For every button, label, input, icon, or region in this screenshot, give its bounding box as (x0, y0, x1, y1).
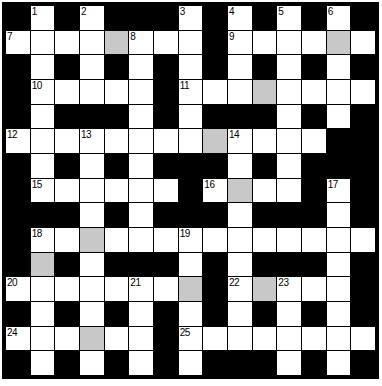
clue-number-18: 18 (32, 228, 42, 239)
cell-r8c8 (203, 203, 227, 227)
cell-r0c0 (6, 6, 30, 30)
cell-r6c6 (154, 154, 178, 178)
cell-r11c5[interactable]: 21 (129, 277, 153, 301)
cell-r5c3[interactable]: 13 (80, 129, 104, 153)
cell-r10c7[interactable] (179, 253, 203, 277)
cell-r0c1[interactable]: 1 (31, 6, 55, 30)
clue-number-19: 19 (180, 228, 190, 239)
cell-r13c10[interactable] (253, 327, 277, 351)
clue-number-24: 24 (7, 327, 17, 338)
cell-r12c11[interactable] (277, 302, 301, 326)
cell-r14c1[interactable] (31, 351, 55, 375)
cell-r5c11[interactable] (277, 129, 301, 153)
clue-number-22: 22 (229, 277, 239, 288)
cell-r2c11[interactable] (277, 55, 301, 79)
cell-r7c11[interactable] (277, 179, 301, 203)
cell-r8c3[interactable] (80, 203, 104, 227)
clue-number-5: 5 (278, 6, 283, 17)
cell-r1c13[interactable] (327, 31, 351, 55)
cell-r14c7[interactable] (179, 351, 203, 375)
cell-r8c7 (179, 203, 203, 227)
cell-r12c0 (6, 302, 30, 326)
cell-r0c12 (302, 6, 326, 30)
cell-r9c1[interactable]: 18 (31, 228, 55, 252)
cell-r1c7[interactable] (179, 31, 203, 55)
cell-r12c7[interactable] (179, 302, 203, 326)
clue-number-2: 2 (81, 6, 86, 17)
cell-r14c13[interactable] (327, 351, 351, 375)
cell-r13c6 (154, 327, 178, 351)
cell-r2c1[interactable] (31, 55, 55, 79)
cell-r1c5[interactable]: 8 (129, 31, 153, 55)
cell-r4c0 (6, 105, 30, 129)
cell-r7c9[interactable] (228, 179, 252, 203)
cell-r4c6 (154, 105, 178, 129)
cell-r9c13[interactable] (327, 228, 351, 252)
cell-r12c4 (105, 302, 129, 326)
cell-r1c12[interactable] (302, 31, 326, 55)
cell-r9c8[interactable] (203, 228, 227, 252)
clue-number-9: 9 (229, 31, 234, 42)
cell-r14c3[interactable] (80, 351, 104, 375)
cell-r8c2 (55, 203, 79, 227)
clue-number-17: 17 (328, 179, 338, 190)
cell-r7c0 (6, 179, 30, 203)
cell-r5c5[interactable] (129, 129, 153, 153)
cell-r10c1[interactable] (31, 253, 55, 277)
cell-r6c7 (179, 154, 203, 178)
cell-r4c5[interactable] (129, 105, 153, 129)
cell-r4c4 (105, 105, 129, 129)
cell-r11c8 (203, 277, 227, 301)
cell-r6c2 (55, 154, 79, 178)
cell-r10c13[interactable] (327, 253, 351, 277)
cell-r6c0 (6, 154, 30, 178)
cell-r14c0 (6, 351, 30, 375)
cell-r9c5[interactable] (129, 228, 153, 252)
cell-r6c12 (302, 154, 326, 178)
cell-r5c1[interactable] (31, 129, 55, 153)
cell-r1c1[interactable] (31, 31, 55, 55)
cell-r8c11 (277, 203, 301, 227)
cell-r7c2[interactable] (55, 179, 79, 203)
cell-r11c14 (351, 277, 375, 301)
clue-number-23: 23 (278, 277, 288, 288)
cell-r14c4 (105, 351, 129, 375)
cell-r6c1[interactable] (31, 154, 55, 178)
cell-r12c10 (253, 302, 277, 326)
clue-number-7: 7 (7, 31, 12, 42)
cell-r4c8 (203, 105, 227, 129)
cell-r7c8[interactable]: 16 (203, 179, 227, 203)
cell-r11c2[interactable] (55, 277, 79, 301)
cell-r14c11[interactable] (277, 351, 301, 375)
cell-r13c1[interactable] (31, 327, 55, 351)
cell-r8c5[interactable] (129, 203, 153, 227)
cell-r5c6[interactable] (154, 129, 178, 153)
cell-r3c0 (6, 80, 30, 104)
cell-r14c12 (302, 351, 326, 375)
cell-r9c10[interactable] (253, 228, 277, 252)
cell-r13c13[interactable] (327, 327, 351, 351)
cell-r5c10[interactable] (253, 129, 277, 153)
cell-r0c6 (154, 6, 178, 30)
cell-r14c8 (203, 351, 227, 375)
cell-r13c7[interactable]: 25 (179, 327, 203, 351)
cell-r11c0[interactable]: 20 (6, 277, 30, 301)
cell-r6c10 (253, 154, 277, 178)
cell-r2c7[interactable] (179, 55, 203, 79)
cell-r11c11[interactable]: 23 (277, 277, 301, 301)
cell-r10c6 (154, 253, 178, 277)
cell-r8c0 (6, 203, 30, 227)
clue-number-21: 21 (130, 277, 140, 288)
cell-r9c11[interactable] (277, 228, 301, 252)
cell-r5c7[interactable] (179, 129, 203, 153)
cell-r10c2 (55, 253, 79, 277)
cell-r1c8 (203, 31, 227, 55)
cell-r13c12[interactable] (302, 327, 326, 351)
clue-number-6: 6 (328, 6, 333, 17)
cell-r13c5[interactable] (129, 327, 153, 351)
cell-r11c7[interactable] (179, 277, 203, 301)
clue-number-13: 13 (81, 129, 91, 140)
cell-r7c12 (302, 179, 326, 203)
cell-r7c5[interactable] (129, 179, 153, 203)
cell-r2c13[interactable] (327, 55, 351, 79)
clue-number-20: 20 (7, 277, 17, 288)
cell-r11c9[interactable]: 22 (228, 277, 252, 301)
cell-r14c14 (351, 351, 375, 375)
cell-r3c4[interactable] (105, 80, 129, 104)
cell-r12c6 (154, 302, 178, 326)
cell-r11c1[interactable] (31, 277, 55, 301)
cell-r7c3[interactable] (80, 179, 104, 203)
cell-r7c14 (351, 179, 375, 203)
cell-r9c9[interactable] (228, 228, 252, 252)
cell-r6c3[interactable] (80, 154, 104, 178)
cell-r14c10 (253, 351, 277, 375)
cell-r0c14 (351, 6, 375, 30)
cell-r13c0[interactable]: 24 (6, 327, 30, 351)
clue-number-15: 15 (32, 179, 42, 190)
cell-r3c1[interactable]: 10 (31, 80, 55, 104)
cell-r5c2[interactable] (55, 129, 79, 153)
cell-r9c3[interactable] (80, 228, 104, 252)
crossword-board: 1234567891011121314151617181920212223242… (6, 6, 375, 375)
cell-r10c8 (203, 253, 227, 277)
cell-r10c3[interactable] (80, 253, 104, 277)
cell-r4c3 (80, 105, 104, 129)
cell-r6c4 (105, 154, 129, 178)
cell-r8c9[interactable] (228, 203, 252, 227)
cell-r2c0 (6, 55, 30, 79)
cell-r8c1 (31, 203, 55, 227)
cell-r3c9[interactable] (228, 80, 252, 104)
clue-number-1: 1 (32, 6, 37, 17)
cell-r10c9[interactable] (228, 253, 252, 277)
cell-r12c3[interactable] (80, 302, 104, 326)
cell-r10c4 (105, 253, 129, 277)
cell-r14c5[interactable] (129, 351, 153, 375)
clue-number-14: 14 (229, 129, 239, 140)
cell-r6c9[interactable] (228, 154, 252, 178)
cell-r7c13[interactable]: 17 (327, 179, 351, 203)
cell-r3c7[interactable]: 11 (179, 80, 203, 104)
cell-r3c8[interactable] (203, 80, 227, 104)
cell-r8c6 (154, 203, 178, 227)
crossword-frame: 1234567891011121314151617181920212223242… (2, 2, 379, 379)
cell-r4c13[interactable] (327, 105, 351, 129)
cell-r1c4[interactable] (105, 31, 129, 55)
cell-r6c5[interactable] (129, 154, 153, 178)
cell-r0c5 (129, 6, 153, 30)
cell-r11c13[interactable] (327, 277, 351, 301)
cell-r13c3[interactable] (80, 327, 104, 351)
cell-r6c14 (351, 154, 375, 178)
cell-r9c2[interactable] (55, 228, 79, 252)
cell-r14c9 (228, 351, 252, 375)
cell-r2c4 (105, 55, 129, 79)
cell-r11c3[interactable] (80, 277, 104, 301)
cell-r5c13 (327, 129, 351, 153)
cell-r1c3[interactable] (80, 31, 104, 55)
cell-r8c13[interactable] (327, 203, 351, 227)
cell-r10c14 (351, 253, 375, 277)
cell-r0c13[interactable]: 6 (327, 6, 351, 30)
cell-r8c12 (302, 203, 326, 227)
cell-r13c2[interactable] (55, 327, 79, 351)
cell-r1c11[interactable] (277, 31, 301, 55)
cell-r3c3[interactable] (80, 80, 104, 104)
cell-r5c9[interactable]: 14 (228, 129, 252, 153)
cell-r5c8[interactable] (203, 129, 227, 153)
clue-number-11: 11 (180, 80, 189, 91)
cell-r1c0[interactable]: 7 (6, 31, 30, 55)
cell-r9c4[interactable] (105, 228, 129, 252)
cell-r14c2 (55, 351, 79, 375)
cell-r0c7[interactable]: 3 (179, 6, 203, 30)
clue-number-8: 8 (130, 31, 135, 42)
clue-number-16: 16 (204, 179, 214, 190)
cell-r2c3[interactable] (80, 55, 104, 79)
cell-r2c2 (55, 55, 79, 79)
cell-r5c14 (351, 129, 375, 153)
cell-r13c14[interactable] (351, 327, 375, 351)
cell-r10c12 (302, 253, 326, 277)
cell-r6c11[interactable] (277, 154, 301, 178)
cell-r1c14[interactable] (351, 31, 375, 55)
cell-r8c4 (105, 203, 129, 227)
cell-r1c2[interactable] (55, 31, 79, 55)
cell-r10c11 (277, 253, 301, 277)
cell-r7c6[interactable] (154, 179, 178, 203)
cell-r4c12 (302, 105, 326, 129)
cell-r12c2 (55, 302, 79, 326)
cell-r7c4[interactable] (105, 179, 129, 203)
cell-r4c10 (253, 105, 277, 129)
cell-r11c12[interactable] (302, 277, 326, 301)
clue-number-3: 3 (180, 6, 185, 17)
cell-r1c9[interactable]: 9 (228, 31, 252, 55)
cell-r4c2 (55, 105, 79, 129)
cell-r9c7[interactable]: 19 (179, 228, 203, 252)
cell-r14c6 (154, 351, 178, 375)
cell-r7c7 (179, 179, 203, 203)
cell-r3c2[interactable] (55, 80, 79, 104)
cell-r9c12[interactable] (302, 228, 326, 252)
clue-number-12: 12 (7, 129, 17, 140)
cell-r12c9[interactable] (228, 302, 252, 326)
cell-r11c4[interactable] (105, 277, 129, 301)
cell-r2c10 (253, 55, 277, 79)
cell-r13c9[interactable] (228, 327, 252, 351)
cell-r9c6[interactable] (154, 228, 178, 252)
cell-r8c14 (351, 203, 375, 227)
cell-r6c13 (327, 154, 351, 178)
cell-r0c2 (55, 6, 79, 30)
cell-r2c5[interactable] (129, 55, 153, 79)
cell-r11c6[interactable] (154, 277, 178, 301)
cell-r8c10 (253, 203, 277, 227)
cell-r3c13[interactable] (327, 80, 351, 104)
cell-r3c11[interactable] (277, 80, 301, 104)
cell-r0c8 (203, 6, 227, 30)
cell-r0c3[interactable]: 2 (80, 6, 104, 30)
cell-r2c9[interactable] (228, 55, 252, 79)
cell-r10c0 (6, 253, 30, 277)
cell-r12c5[interactable] (129, 302, 153, 326)
cell-r10c5 (129, 253, 153, 277)
cell-r3c6 (154, 80, 178, 104)
cell-r13c8[interactable] (203, 327, 227, 351)
cell-r2c12 (302, 55, 326, 79)
cell-r13c4[interactable] (105, 327, 129, 351)
cell-r12c14 (351, 302, 375, 326)
cell-r2c6 (154, 55, 178, 79)
cell-r7c10[interactable] (253, 179, 277, 203)
cell-r5c4[interactable] (105, 129, 129, 153)
cell-r3c10[interactable] (253, 80, 277, 104)
cell-r0c11[interactable]: 5 (277, 6, 301, 30)
cell-r7c1[interactable]: 15 (31, 179, 55, 203)
cell-r2c8 (203, 55, 227, 79)
cell-r5c0[interactable]: 12 (6, 129, 30, 153)
cell-r4c14 (351, 105, 375, 129)
cell-r10c10 (253, 253, 277, 277)
cell-r12c12 (302, 302, 326, 326)
cell-r4c11[interactable] (277, 105, 301, 129)
cell-r1c6[interactable] (154, 31, 178, 55)
clue-number-25: 25 (180, 327, 190, 338)
cell-r0c4 (105, 6, 129, 30)
clue-number-4: 4 (229, 6, 234, 17)
cell-r9c14[interactable] (351, 228, 375, 252)
cell-r3c14[interactable] (351, 80, 375, 104)
cell-r0c10 (253, 6, 277, 30)
cell-r2c14 (351, 55, 375, 79)
clue-number-10: 10 (32, 80, 42, 91)
cell-r3c12[interactable] (302, 80, 326, 104)
cell-r13c11[interactable] (277, 327, 301, 351)
cell-r9c0 (6, 228, 30, 252)
cell-r1c10[interactable] (253, 31, 277, 55)
cell-r3c5[interactable] (129, 80, 153, 104)
cell-r11c10[interactable] (253, 277, 277, 301)
cell-r0c9[interactable]: 4 (228, 6, 252, 30)
cell-r4c1[interactable] (31, 105, 55, 129)
cell-r4c7[interactable] (179, 105, 203, 129)
cell-r12c1[interactable] (31, 302, 55, 326)
cell-r5c12[interactable] (302, 129, 326, 153)
cell-r12c13[interactable] (327, 302, 351, 326)
cell-r12c8 (203, 302, 227, 326)
cell-r6c8 (203, 154, 227, 178)
cell-r4c9 (228, 105, 252, 129)
